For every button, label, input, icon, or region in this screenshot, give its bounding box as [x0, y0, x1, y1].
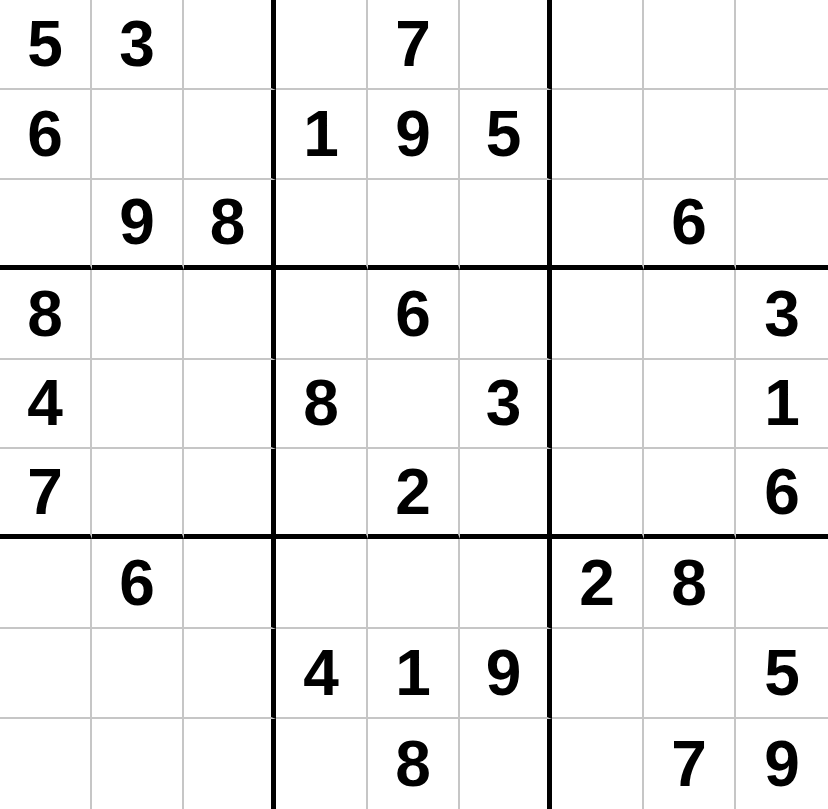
cell-r1c9[interactable]: [736, 0, 828, 90]
cell-r8c4[interactable]: 4: [276, 629, 368, 719]
cell-r4c1[interactable]: 8: [0, 270, 92, 360]
cell-r3c6[interactable]: [460, 180, 552, 270]
cell-r6c6[interactable]: [460, 449, 552, 539]
cell-r9c3[interactable]: [184, 719, 276, 809]
cell-r2c2[interactable]: [92, 90, 184, 180]
cell-r9c8[interactable]: 7: [644, 719, 736, 809]
cell-r4c8[interactable]: [644, 270, 736, 360]
cell-r7c7[interactable]: 2: [552, 539, 644, 629]
cell-r7c3[interactable]: [184, 539, 276, 629]
cell-r2c4[interactable]: 1: [276, 90, 368, 180]
cell-r7c9[interactable]: [736, 539, 828, 629]
cell-r2c1[interactable]: 6: [0, 90, 92, 180]
cell-r3c1[interactable]: [0, 180, 92, 270]
cell-r8c9[interactable]: 5: [736, 629, 828, 719]
cell-r3c3[interactable]: 8: [184, 180, 276, 270]
cell-r8c5[interactable]: 1: [368, 629, 460, 719]
cell-r7c4[interactable]: [276, 539, 368, 629]
cell-r4c7[interactable]: [552, 270, 644, 360]
cell-r6c4[interactable]: [276, 449, 368, 539]
cell-r6c2[interactable]: [92, 449, 184, 539]
cell-r2c9[interactable]: [736, 90, 828, 180]
cell-r1c3[interactable]: [184, 0, 276, 90]
cell-r7c5[interactable]: [368, 539, 460, 629]
cell-r9c2[interactable]: [92, 719, 184, 809]
cell-r9c7[interactable]: [552, 719, 644, 809]
cell-r9c6[interactable]: [460, 719, 552, 809]
cell-r4c9[interactable]: 3: [736, 270, 828, 360]
cell-r8c6[interactable]: 9: [460, 629, 552, 719]
cell-r2c6[interactable]: 5: [460, 90, 552, 180]
cell-r1c2[interactable]: 3: [92, 0, 184, 90]
cell-r2c3[interactable]: [184, 90, 276, 180]
cell-r7c8[interactable]: 8: [644, 539, 736, 629]
cell-r4c6[interactable]: [460, 270, 552, 360]
cell-r5c4[interactable]: 8: [276, 360, 368, 450]
cell-r3c2[interactable]: 9: [92, 180, 184, 270]
cell-r6c8[interactable]: [644, 449, 736, 539]
cell-r8c3[interactable]: [184, 629, 276, 719]
cell-r3c9[interactable]: [736, 180, 828, 270]
cell-r4c2[interactable]: [92, 270, 184, 360]
cell-r1c7[interactable]: [552, 0, 644, 90]
cell-r7c6[interactable]: [460, 539, 552, 629]
cell-r3c5[interactable]: [368, 180, 460, 270]
cell-r5c7[interactable]: [552, 360, 644, 450]
cell-r1c8[interactable]: [644, 0, 736, 90]
cell-r9c1[interactable]: [0, 719, 92, 809]
cell-r6c1[interactable]: 7: [0, 449, 92, 539]
cell-r2c8[interactable]: [644, 90, 736, 180]
cell-r5c1[interactable]: 4: [0, 360, 92, 450]
cell-r8c7[interactable]: [552, 629, 644, 719]
cell-r1c1[interactable]: 5: [0, 0, 92, 90]
cell-r5c8[interactable]: [644, 360, 736, 450]
cell-r9c5[interactable]: 8: [368, 719, 460, 809]
cell-r8c2[interactable]: [92, 629, 184, 719]
cell-r7c2[interactable]: 6: [92, 539, 184, 629]
cell-r5c2[interactable]: [92, 360, 184, 450]
cell-r1c4[interactable]: [276, 0, 368, 90]
cell-r8c8[interactable]: [644, 629, 736, 719]
cell-r6c5[interactable]: 2: [368, 449, 460, 539]
cell-r5c6[interactable]: 3: [460, 360, 552, 450]
cell-r6c3[interactable]: [184, 449, 276, 539]
sudoku-board: 537619598686348317266284195879: [0, 0, 828, 809]
cell-r2c7[interactable]: [552, 90, 644, 180]
cell-r5c3[interactable]: [184, 360, 276, 450]
cell-r9c4[interactable]: [276, 719, 368, 809]
cell-r4c4[interactable]: [276, 270, 368, 360]
cell-r1c5[interactable]: 7: [368, 0, 460, 90]
cell-r3c7[interactable]: [552, 180, 644, 270]
cell-r3c8[interactable]: 6: [644, 180, 736, 270]
cell-r4c3[interactable]: [184, 270, 276, 360]
cell-r5c9[interactable]: 1: [736, 360, 828, 450]
cell-r1c6[interactable]: [460, 0, 552, 90]
cell-r8c1[interactable]: [0, 629, 92, 719]
cell-r2c5[interactable]: 9: [368, 90, 460, 180]
cell-r5c5[interactable]: [368, 360, 460, 450]
cell-r6c7[interactable]: [552, 449, 644, 539]
cell-r3c4[interactable]: [276, 180, 368, 270]
cell-r9c9[interactable]: 9: [736, 719, 828, 809]
cell-r4c5[interactable]: 6: [368, 270, 460, 360]
cell-r7c1[interactable]: [0, 539, 92, 629]
cell-r6c9[interactable]: 6: [736, 449, 828, 539]
